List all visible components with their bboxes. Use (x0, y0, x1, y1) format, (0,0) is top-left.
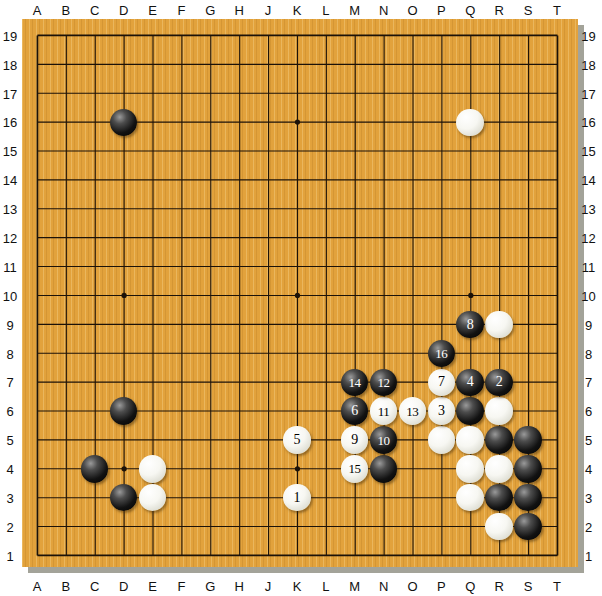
move-number: 12 (377, 376, 389, 389)
move-number: 16 (435, 347, 447, 360)
intersection-D16 (109, 108, 138, 137)
col-label-bottom-A: A (33, 578, 42, 593)
row-label-right-7: 7 (585, 375, 592, 390)
col-label-top-M: M (349, 3, 360, 18)
row-label-left-1: 1 (6, 548, 13, 563)
stone-white-K5-move-5[interactable]: 5 (283, 426, 310, 453)
intersection-N7: 12 (369, 368, 398, 397)
row-label-right-16: 16 (581, 115, 595, 130)
row-label-right-3: 3 (585, 491, 592, 506)
intersection-D3 (109, 483, 138, 512)
intersection-R9 (485, 310, 514, 339)
intersection-E3 (138, 483, 167, 512)
stone-white-P7-move-7[interactable]: 7 (428, 369, 455, 396)
col-label-top-Q: Q (465, 3, 475, 18)
stone-black-N5-move-10[interactable]: 10 (370, 426, 397, 453)
col-label-bottom-E: E (148, 578, 157, 593)
stone-white-K3-move-1[interactable]: 1 (283, 484, 310, 511)
intersection-Q6 (456, 397, 485, 426)
row-label-right-17: 17 (581, 86, 595, 101)
col-label-bottom-R: R (495, 578, 504, 593)
stone-black-D3[interactable] (110, 484, 137, 511)
stone-black-M6-move-6[interactable]: 6 (341, 397, 368, 424)
row-label-right-4: 4 (585, 462, 592, 477)
stone-white-P6-move-3[interactable]: 3 (428, 397, 455, 424)
stone-white-R2[interactable] (485, 513, 512, 540)
move-number: 1 (294, 491, 301, 505)
stone-black-D6[interactable] (110, 397, 137, 424)
col-label-top-F: F (177, 3, 185, 18)
stone-black-R5[interactable] (485, 426, 512, 453)
intersection-K5: 5 (282, 426, 311, 455)
stone-white-Q3[interactable] (456, 484, 483, 511)
col-label-top-B: B (62, 3, 71, 18)
move-number: 5 (294, 433, 301, 447)
row-label-left-18: 18 (3, 57, 17, 72)
intersection-D6 (109, 397, 138, 426)
intersection-S3 (513, 483, 542, 512)
intersection-S5 (513, 426, 542, 455)
stone-black-S4[interactable] (514, 455, 541, 482)
move-number: 3 (438, 404, 445, 418)
col-label-top-D: D (119, 3, 128, 18)
row-label-right-8: 8 (585, 346, 592, 361)
row-label-right-11: 11 (582, 259, 596, 274)
row-label-left-11: 11 (3, 259, 17, 274)
move-number: 10 (377, 434, 389, 447)
move-number: 9 (351, 433, 358, 447)
intersection-P7: 7 (427, 368, 456, 397)
row-label-right-6: 6 (585, 404, 592, 419)
stone-white-M4-move-15[interactable]: 15 (341, 455, 368, 482)
stone-black-Q6[interactable] (456, 397, 483, 424)
intersection-Q9: 8 (456, 310, 485, 339)
col-label-bottom-M: M (349, 578, 360, 593)
intersection-S2 (513, 512, 542, 541)
stone-black-S2[interactable] (514, 513, 541, 540)
intersection-N5: 10 (369, 426, 398, 455)
move-number: 14 (349, 376, 361, 389)
stone-white-P5[interactable] (428, 426, 455, 453)
stone-black-N4[interactable] (370, 455, 397, 482)
col-label-top-K: K (293, 3, 302, 18)
col-label-top-J: J (265, 3, 272, 18)
row-label-left-17: 17 (3, 86, 17, 101)
col-label-bottom-C: C (90, 578, 99, 593)
col-label-top-C: C (90, 3, 99, 18)
intersection-E4 (138, 454, 167, 483)
row-label-left-4: 4 (6, 462, 13, 477)
intersection-Q5 (456, 426, 485, 455)
col-label-bottom-L: L (322, 578, 329, 593)
row-label-right-15: 15 (581, 144, 595, 159)
col-label-top-P: P (437, 3, 446, 18)
col-label-top-N: N (379, 3, 388, 18)
col-label-top-O: O (407, 3, 417, 18)
intersection-P6: 3 (427, 397, 456, 426)
row-label-right-13: 13 (581, 202, 595, 217)
intersection-Q4 (456, 454, 485, 483)
col-label-bottom-P: P (437, 578, 446, 593)
col-label-bottom-N: N (379, 578, 388, 593)
intersection-K3: 1 (282, 483, 311, 512)
intersection-M4: 15 (340, 454, 369, 483)
col-label-bottom-T: T (553, 578, 561, 593)
stone-black-Q9-move-8[interactable]: 8 (456, 311, 483, 338)
move-number: 7 (438, 375, 445, 389)
col-label-bottom-S: S (524, 578, 533, 593)
go-board[interactable]: 12345678910111213141516 (22, 19, 578, 567)
intersection-P8: 16 (427, 339, 456, 368)
col-label-bottom-O: O (407, 578, 417, 593)
stone-black-Q7-move-4[interactable]: 4 (456, 369, 483, 396)
row-label-right-12: 12 (581, 231, 595, 246)
stone-white-O6-move-13[interactable]: 13 (399, 397, 426, 424)
move-number: 15 (349, 462, 361, 475)
row-label-left-5: 5 (6, 433, 13, 448)
col-label-top-T: T (553, 3, 561, 18)
grid-area: 12345678910111213141516 (23, 21, 572, 570)
intersection-R4 (485, 454, 514, 483)
move-number: 4 (467, 375, 474, 389)
col-label-bottom-K: K (293, 578, 302, 593)
intersection-O6: 13 (398, 397, 427, 426)
row-label-left-7: 7 (6, 375, 13, 390)
intersection-N6: 11 (369, 397, 398, 426)
intersection-M7: 14 (340, 368, 369, 397)
row-label-left-12: 12 (3, 231, 17, 246)
stone-white-Q5[interactable] (456, 426, 483, 453)
go-diagram: 12345678910111213141516 AABBCCDDEEFFGGHH… (0, 0, 602, 596)
col-label-top-R: R (495, 3, 504, 18)
col-label-bottom-J: J (265, 578, 272, 593)
col-label-bottom-H: H (235, 578, 244, 593)
intersection-Q3 (456, 483, 485, 512)
col-label-top-G: G (205, 3, 215, 18)
intersection-Q16 (456, 108, 485, 137)
col-label-top-S: S (524, 3, 533, 18)
stone-white-N6-move-11[interactable]: 11 (370, 397, 397, 424)
row-label-left-10: 10 (3, 288, 17, 303)
intersection-R3 (485, 483, 514, 512)
move-number: 2 (496, 375, 503, 389)
intersection-M6: 6 (340, 397, 369, 426)
col-label-top-L: L (322, 3, 329, 18)
move-number: 13 (406, 405, 418, 418)
stones-grid: 12345678910111213141516 (23, 21, 572, 570)
stone-black-R3[interactable] (485, 484, 512, 511)
col-label-top-A: A (33, 3, 42, 18)
row-label-left-3: 3 (6, 491, 13, 506)
stone-white-R4[interactable] (485, 455, 512, 482)
move-number: 11 (378, 405, 390, 418)
move-number: 8 (467, 318, 474, 332)
intersection-M5: 9 (340, 426, 369, 455)
stone-white-M5-move-9[interactable]: 9 (341, 426, 368, 453)
intersection-R5 (485, 426, 514, 455)
intersection-C4 (80, 454, 109, 483)
stone-white-E4[interactable] (139, 455, 166, 482)
stone-black-S3[interactable] (514, 484, 541, 511)
row-label-left-15: 15 (3, 144, 17, 159)
col-label-bottom-Q: Q (465, 578, 475, 593)
row-label-right-9: 9 (585, 317, 592, 332)
stone-black-R7-move-2[interactable]: 2 (485, 369, 512, 396)
row-label-right-5: 5 (585, 433, 592, 448)
col-label-top-E: E (148, 3, 157, 18)
stone-black-M7-move-14[interactable]: 14 (341, 369, 368, 396)
col-label-bottom-F: F (177, 578, 185, 593)
stone-black-S5[interactable] (514, 426, 541, 453)
row-label-right-2: 2 (585, 519, 592, 534)
col-label-bottom-G: G (205, 578, 215, 593)
row-label-left-2: 2 (6, 519, 13, 534)
row-label-right-19: 19 (581, 28, 595, 43)
stone-black-P8-move-16[interactable]: 16 (428, 340, 455, 367)
col-label-bottom-B: B (62, 578, 71, 593)
col-label-top-H: H (235, 3, 244, 18)
row-label-left-6: 6 (6, 404, 13, 419)
row-label-right-14: 14 (581, 173, 595, 188)
stone-white-Q16[interactable] (456, 109, 483, 136)
intersection-R6 (485, 397, 514, 426)
col-label-bottom-D: D (119, 578, 128, 593)
stone-black-N7-move-12[interactable]: 12 (370, 369, 397, 396)
intersection-Q7: 4 (456, 368, 485, 397)
row-label-left-14: 14 (3, 173, 17, 188)
move-number: 6 (351, 404, 358, 418)
stone-white-Q4[interactable] (456, 455, 483, 482)
row-label-left-13: 13 (3, 202, 17, 217)
stone-black-C4[interactable] (81, 455, 108, 482)
stone-white-R9[interactable] (485, 311, 512, 338)
row-label-right-1: 1 (585, 548, 592, 563)
stone-black-D16[interactable] (110, 109, 137, 136)
row-label-left-9: 9 (6, 317, 13, 332)
stone-white-R6[interactable] (485, 397, 512, 424)
row-label-left-16: 16 (3, 115, 17, 130)
row-label-right-10: 10 (581, 288, 595, 303)
intersection-S4 (513, 454, 542, 483)
intersection-R7: 2 (485, 368, 514, 397)
row-label-left-8: 8 (6, 346, 13, 361)
intersection-N4 (369, 454, 398, 483)
intersection-P5 (427, 426, 456, 455)
stone-white-E3[interactable] (139, 484, 166, 511)
intersection-R2 (485, 512, 514, 541)
row-label-left-19: 19 (3, 28, 17, 43)
row-label-right-18: 18 (581, 57, 595, 72)
